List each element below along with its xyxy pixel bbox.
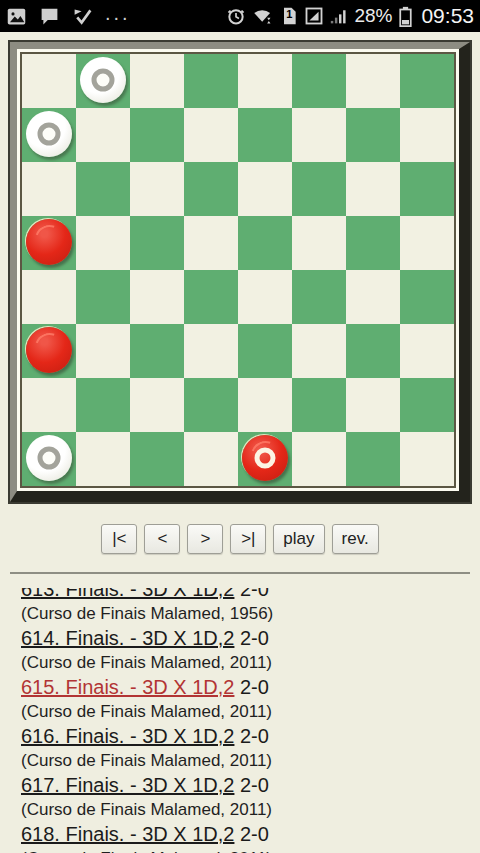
board-square[interactable] (292, 324, 346, 378)
list-item: 616. Finais. - 3D X 1D,2 2-0 (21, 723, 474, 750)
board-square[interactable] (76, 432, 130, 486)
wifi-icon (252, 6, 274, 26)
board-square[interactable] (184, 216, 238, 270)
list-item: 613. Finais. - 3D X 1D,2 2-0 (21, 588, 474, 603)
board-square[interactable] (184, 54, 238, 108)
board-square[interactable] (184, 162, 238, 216)
prev-move-button[interactable]: < (144, 524, 180, 554)
board-frame (8, 40, 472, 504)
exercise-source: (Curso de Finais Malamed, 2011) (21, 701, 474, 723)
board-square[interactable] (76, 378, 130, 432)
board-square[interactable] (400, 432, 454, 486)
gallery-icon (6, 6, 27, 27)
board-square[interactable] (184, 270, 238, 324)
board-square[interactable] (130, 216, 184, 270)
play-button[interactable]: play (273, 524, 324, 554)
exercise-result: 2-0 (240, 725, 269, 747)
board-square[interactable] (76, 162, 130, 216)
alarm-icon (226, 6, 246, 26)
board-square[interactable] (184, 108, 238, 162)
battery-percent: 28% (354, 5, 392, 27)
board-square[interactable] (346, 324, 400, 378)
last-move-button[interactable]: >| (230, 524, 266, 554)
exercise-link[interactable]: 613. Finais. - 3D X 1D,2 (21, 588, 234, 600)
board-square[interactable] (346, 216, 400, 270)
board-square[interactable] (400, 270, 454, 324)
board-square[interactable] (22, 378, 76, 432)
exercise-result: 2-0 (240, 588, 269, 600)
board-square[interactable] (76, 270, 130, 324)
exercise-source: (Curso de Finais Malamed, 2011) (21, 750, 474, 772)
board-square[interactable] (400, 162, 454, 216)
board-square[interactable] (130, 54, 184, 108)
board-square[interactable] (292, 108, 346, 162)
checkers-board[interactable] (22, 54, 454, 486)
board-square[interactable] (400, 216, 454, 270)
sim-card-icon: 1 (280, 6, 298, 26)
board-square[interactable] (346, 432, 400, 486)
board-square[interactable] (292, 378, 346, 432)
board-square[interactable] (130, 270, 184, 324)
board-square[interactable] (130, 324, 184, 378)
board-square[interactable] (292, 270, 346, 324)
status-bar: ... 1 28% 09:53 (0, 0, 480, 32)
red-king-piece[interactable] (242, 435, 288, 481)
exercise-source: (Curso de Finais Malamed, 2011) (21, 799, 474, 821)
exercise-link[interactable]: 615. Finais. - 3D X 1D,2 (21, 676, 234, 698)
board-square[interactable] (346, 378, 400, 432)
board-square[interactable] (130, 162, 184, 216)
clock-time: 09:53 (421, 4, 474, 28)
board-square[interactable] (22, 108, 76, 162)
exercise-link[interactable]: 618. Finais. - 3D X 1D,2 (21, 823, 234, 845)
first-move-button[interactable]: |< (101, 524, 137, 554)
board-square[interactable] (400, 108, 454, 162)
board-square[interactable] (400, 54, 454, 108)
red-man-piece[interactable] (26, 219, 72, 265)
more-icon: ... (105, 8, 131, 18)
board-square[interactable] (76, 324, 130, 378)
board-square[interactable] (130, 432, 184, 486)
exercise-source: (Curso de Finais Malamed, 2011) (21, 848, 474, 853)
exercise-result: 2-0 (240, 676, 269, 698)
white-king-piece[interactable] (80, 57, 126, 103)
board-square[interactable] (238, 108, 292, 162)
next-move-button[interactable]: > (187, 524, 223, 554)
exercise-result: 2-0 (240, 627, 269, 649)
board-square[interactable] (400, 378, 454, 432)
battery-icon (398, 6, 413, 27)
board-square[interactable] (22, 162, 76, 216)
signal-bars-icon (330, 6, 348, 26)
list-item: 617. Finais. - 3D X 1D,2 2-0 (21, 772, 474, 799)
board-square[interactable] (238, 378, 292, 432)
board-square[interactable] (130, 108, 184, 162)
chat-icon (39, 6, 60, 27)
board-square[interactable] (238, 432, 292, 486)
board-square[interactable] (238, 54, 292, 108)
board-square[interactable] (238, 162, 292, 216)
board-square[interactable] (400, 324, 454, 378)
red-man-piece[interactable] (26, 327, 72, 373)
sim-slot-number: 1 (280, 8, 298, 20)
exercise-link[interactable]: 617. Finais. - 3D X 1D,2 (21, 774, 234, 796)
list-item: 614. Finais. - 3D X 1D,2 2-0 (21, 625, 474, 652)
board-square[interactable] (22, 270, 76, 324)
white-king-piece[interactable] (26, 435, 72, 481)
board-square[interactable] (130, 378, 184, 432)
board-square[interactable] (292, 54, 346, 108)
board-square[interactable] (76, 108, 130, 162)
reverse-button[interactable]: rev. (332, 524, 379, 554)
board-square[interactable] (238, 216, 292, 270)
list-item: 618. Finais. - 3D X 1D,2 2-0 (21, 821, 474, 848)
move-controls: |< < > >| play rev. (0, 524, 480, 554)
signal-box-icon (304, 6, 324, 26)
exercise-source: (Curso de Finais Malamed, 2011) (21, 652, 474, 674)
check-icon (72, 6, 93, 27)
board-square[interactable] (292, 216, 346, 270)
board-square[interactable] (346, 162, 400, 216)
board-square[interactable] (184, 432, 238, 486)
board-square[interactable] (76, 54, 130, 108)
exercise-link[interactable]: 614. Finais. - 3D X 1D,2 (21, 627, 234, 649)
board-square[interactable] (22, 216, 76, 270)
board-square[interactable] (346, 54, 400, 108)
board-square[interactable] (76, 216, 130, 270)
board-square[interactable] (22, 54, 76, 108)
board-square[interactable] (22, 432, 76, 486)
exercise-source: (Curso de Finais Malamed, 1956) (21, 603, 474, 625)
board-square[interactable] (184, 378, 238, 432)
exercise-result: 2-0 (240, 823, 269, 845)
board-square[interactable] (346, 270, 400, 324)
exercise-link[interactable]: 616. Finais. - 3D X 1D,2 (21, 725, 234, 747)
board-square[interactable] (238, 270, 292, 324)
board-square[interactable] (184, 324, 238, 378)
list-item: 615. Finais. - 3D X 1D,2 2-0 (21, 674, 474, 701)
divider (10, 572, 470, 574)
board-square[interactable] (292, 162, 346, 216)
board-square[interactable] (238, 324, 292, 378)
board-square[interactable] (22, 324, 76, 378)
white-king-piece[interactable] (26, 111, 72, 157)
exercise-list[interactable]: 613. Finais. - 3D X 1D,2 2-0 (Curso de F… (0, 588, 480, 853)
exercise-result: 2-0 (240, 774, 269, 796)
board-square[interactable] (292, 432, 346, 486)
board-square[interactable] (346, 108, 400, 162)
